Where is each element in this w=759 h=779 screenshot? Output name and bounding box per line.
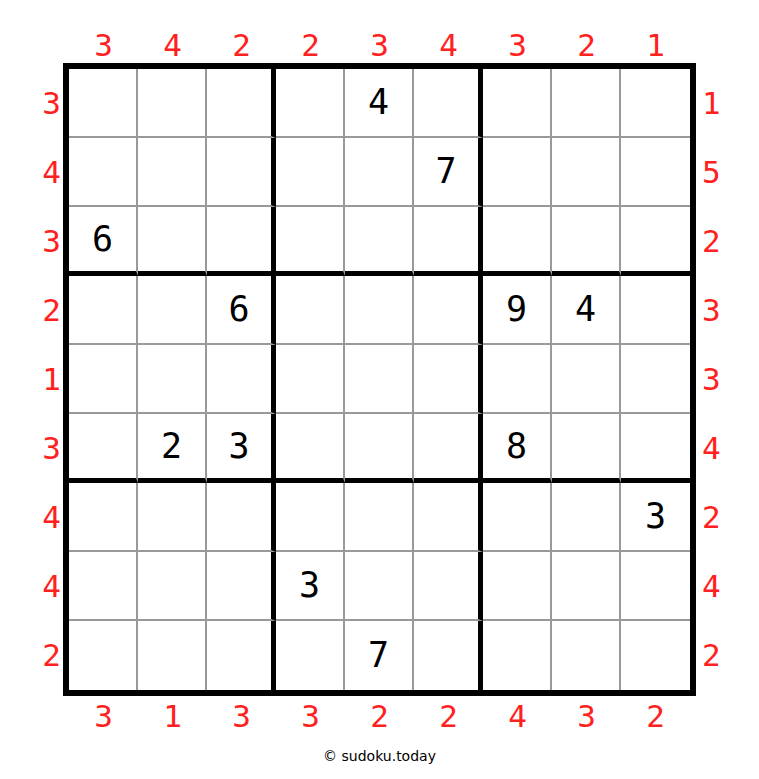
cell-r1c4[interactable] [276,69,345,138]
cell-r9c8[interactable] [552,621,621,690]
cell-r6c2: 2 [138,414,207,483]
cell-r3c5[interactable] [345,207,414,276]
clue-right-1: 1 [702,88,721,119]
cell-r7c3[interactable] [207,483,276,552]
clue-top-6: 4 [439,30,458,61]
cell-r5c3[interactable] [207,345,276,414]
clue-bottom-6: 2 [439,701,458,732]
skyscraper-clues-right: 152334242 [696,63,743,696]
cell-r1c8[interactable] [552,69,621,138]
cell-r3c2[interactable] [138,207,207,276]
cell-r1c1[interactable] [69,69,138,138]
clue-top-7: 3 [508,30,527,61]
cell-r2c9[interactable] [621,138,690,207]
clue-right-4: 3 [702,295,721,326]
cell-r2c4[interactable] [276,138,345,207]
cell-r4c9[interactable] [621,276,690,345]
skyscraper-clues-bottom: 313322432 [63,696,696,740]
cell-r6c8[interactable] [552,414,621,483]
cell-r3c7[interactable] [483,207,552,276]
cell-r7c8[interactable] [552,483,621,552]
cell-r6c1[interactable] [69,414,138,483]
cell-r9c4[interactable] [276,621,345,690]
clue-top-8: 2 [577,30,596,61]
cell-r3c1: 6 [69,207,138,276]
clue-left-3: 3 [42,226,61,257]
cell-r7c5[interactable] [345,483,414,552]
clue-left-6: 3 [42,433,61,464]
cell-r6c5[interactable] [345,414,414,483]
clue-bottom-7: 4 [508,701,527,732]
cell-r5c4[interactable] [276,345,345,414]
cell-r1c6[interactable] [414,69,483,138]
clue-right-3: 2 [702,226,721,257]
cell-r4c1[interactable] [69,276,138,345]
clue-top-5: 3 [370,30,389,61]
cell-r6c9[interactable] [621,414,690,483]
cell-r6c3: 3 [207,414,276,483]
clue-right-8: 4 [702,571,721,602]
cell-r8c9[interactable] [621,552,690,621]
sudoku-board: 476694238337 [63,63,696,696]
cell-r9c2[interactable] [138,621,207,690]
cell-r4c8: 4 [552,276,621,345]
cell-r9c3[interactable] [207,621,276,690]
clue-bottom-9: 2 [646,701,665,732]
cell-r7c9: 3 [621,483,690,552]
cell-r6c4[interactable] [276,414,345,483]
cell-r2c5[interactable] [345,138,414,207]
cell-r2c2[interactable] [138,138,207,207]
cell-r5c6[interactable] [414,345,483,414]
cell-r2c6: 7 [414,138,483,207]
cell-r5c2[interactable] [138,345,207,414]
cell-r4c6[interactable] [414,276,483,345]
cell-r4c4[interactable] [276,276,345,345]
clue-top-4: 2 [301,30,320,61]
clue-bottom-4: 3 [301,701,320,732]
clue-bottom-3: 3 [232,701,251,732]
cell-r3c4[interactable] [276,207,345,276]
cell-r5c1[interactable] [69,345,138,414]
cell-r7c4[interactable] [276,483,345,552]
cell-r4c2[interactable] [138,276,207,345]
clue-left-7: 4 [42,502,61,533]
cell-r7c7[interactable] [483,483,552,552]
cell-r3c6[interactable] [414,207,483,276]
cell-r9c6[interactable] [414,621,483,690]
clue-bottom-5: 2 [370,701,389,732]
cell-r2c8[interactable] [552,138,621,207]
skyscraper-clues-left: 343213442 [16,63,61,696]
cell-r2c7[interactable] [483,138,552,207]
clue-left-2: 4 [42,157,61,188]
cell-r4c5[interactable] [345,276,414,345]
cell-r2c3[interactable] [207,138,276,207]
cell-r1c2[interactable] [138,69,207,138]
clue-top-3: 2 [232,30,251,61]
cell-r5c8[interactable] [552,345,621,414]
cell-r3c9[interactable] [621,207,690,276]
clue-left-1: 3 [42,88,61,119]
clue-bottom-8: 3 [577,701,596,732]
cell-r1c9[interactable] [621,69,690,138]
cell-r9c9[interactable] [621,621,690,690]
cell-r8c1[interactable] [69,552,138,621]
clue-right-2: 5 [702,157,721,188]
clue-right-6: 4 [702,433,721,464]
cell-r5c9[interactable] [621,345,690,414]
clue-right-5: 3 [702,364,721,395]
puzzle-page: 342234321 343213442 476694238337 1523342… [0,0,759,779]
cell-r4c7: 9 [483,276,552,345]
cell-r6c6[interactable] [414,414,483,483]
clue-bottom-1: 3 [94,701,113,732]
cell-r1c3[interactable] [207,69,276,138]
clue-left-4: 2 [42,295,61,326]
cell-r5c7[interactable] [483,345,552,414]
clue-left-5: 1 [42,364,61,395]
cell-r9c1[interactable] [69,621,138,690]
clue-top-1: 3 [94,30,113,61]
clue-bottom-2: 1 [163,701,182,732]
copyright-text: © sudoku.today [323,748,436,764]
cell-r8c7[interactable] [483,552,552,621]
clue-left-9: 2 [42,640,61,671]
cell-r8c2[interactable] [138,552,207,621]
cell-r3c8[interactable] [552,207,621,276]
cell-r8c4: 3 [276,552,345,621]
cell-r9c5: 7 [345,621,414,690]
cell-r8c8[interactable] [552,552,621,621]
cell-r9c7[interactable] [483,621,552,690]
copyright-footer: © sudoku.today [0,748,759,764]
cell-r3c3[interactable] [207,207,276,276]
clue-right-9: 2 [702,640,721,671]
cell-r4c3: 6 [207,276,276,345]
skyscraper-clues-top: 342234321 [63,20,696,64]
cell-r6c7: 8 [483,414,552,483]
clue-right-7: 2 [702,502,721,533]
cell-r1c5: 4 [345,69,414,138]
cell-r7c6[interactable] [414,483,483,552]
cell-r2c1[interactable] [69,138,138,207]
cell-r5c5[interactable] [345,345,414,414]
cell-r1c7[interactable] [483,69,552,138]
cell-r8c3[interactable] [207,552,276,621]
clue-top-2: 4 [163,30,182,61]
cell-r7c1[interactable] [69,483,138,552]
cell-r8c6[interactable] [414,552,483,621]
cell-r7c2[interactable] [138,483,207,552]
clue-left-8: 4 [42,571,61,602]
clue-top-9: 1 [646,30,665,61]
cell-r8c5[interactable] [345,552,414,621]
